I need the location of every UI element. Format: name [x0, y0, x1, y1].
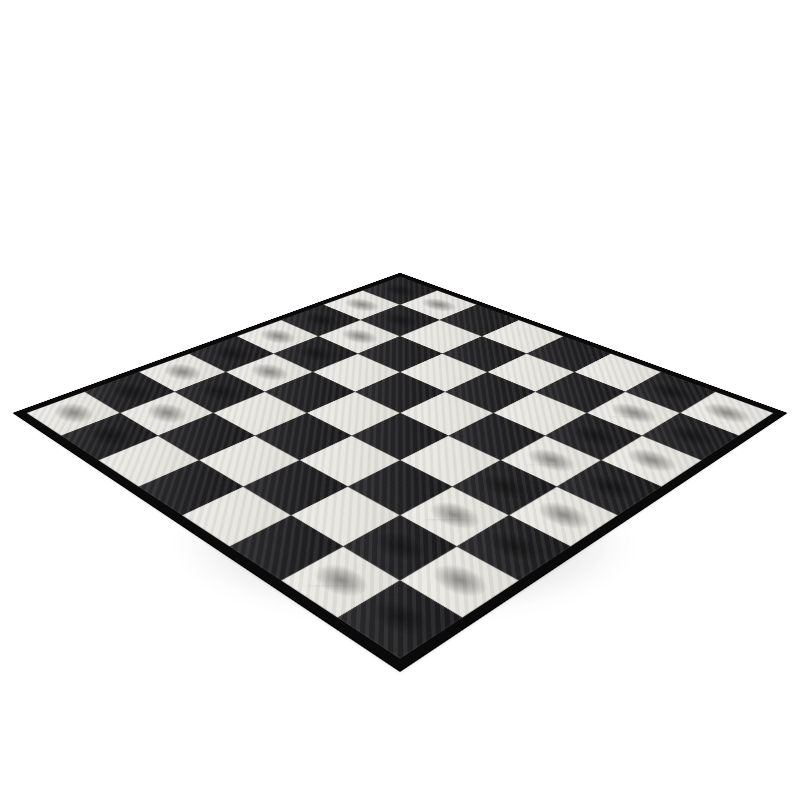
- white-pawn-icon: ♟: [284, 304, 334, 360]
- white-pawn-icon: ♟: [72, 379, 130, 444]
- white-pawn-icon: ♟: [186, 338, 240, 398]
- white-pawn-icon: ♟: [237, 320, 289, 378]
- photo-background: ♜♟♟♜♞♟♟♞♝♟♟♝♛♟♟♛♚♟♟♚♝♟♟♝♞♟♟♞♜♟♟♜: [0, 0, 800, 800]
- white-pawn-icon: ♟: [329, 288, 378, 342]
- white-pawn-icon: ♟: [371, 273, 418, 326]
- square-g2: ♟: [120, 392, 213, 436]
- white-pawn-icon: ♟: [131, 358, 187, 420]
- black-rook-icon: ♜: [339, 513, 443, 629]
